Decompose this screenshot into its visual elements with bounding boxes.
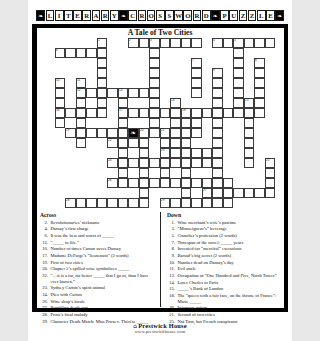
grid-cell[interactable]: 2 — [128, 38, 139, 48]
grid-gap — [202, 128, 213, 138]
grid-cell[interactable]: 9 — [212, 68, 223, 78]
grid-gap — [181, 68, 192, 78]
header-tile-letter: E — [73, 10, 82, 21]
grid-cell[interactable]: 12 — [76, 88, 87, 98]
grid-cell[interactable] — [86, 198, 97, 208]
grid-gap — [233, 178, 244, 188]
grid-gap — [181, 48, 192, 58]
grid-cell[interactable] — [128, 138, 139, 148]
grid-cell[interactable] — [244, 38, 255, 48]
grid-gap — [55, 198, 66, 208]
grid-cell[interactable]: 16 — [55, 108, 66, 118]
grid-gap — [233, 128, 244, 138]
grid-cell[interactable] — [97, 108, 108, 118]
grid-cell[interactable]: 21 — [160, 128, 171, 138]
grid-cell[interactable] — [149, 158, 160, 168]
grid-cell[interactable] — [170, 198, 181, 208]
grid-cell[interactable] — [254, 98, 265, 108]
grid-cell[interactable] — [149, 118, 160, 128]
grid-cell[interactable]: 26 — [107, 178, 118, 188]
grid-gap — [107, 48, 118, 58]
grid-cell[interactable] — [76, 48, 87, 58]
grid-cell[interactable] — [149, 128, 160, 138]
grid-gap — [223, 98, 234, 108]
clue-item: 4.Darnay’s first charge — [40, 226, 156, 232]
grid-cell[interactable] — [191, 68, 202, 78]
grid-gap — [97, 138, 108, 148]
grid-gap — [265, 148, 276, 158]
grid-cell[interactable] — [202, 148, 213, 158]
grid-cell[interactable]: 20 — [139, 128, 150, 138]
clue-item: 12.“_____ to life.” — [40, 240, 156, 246]
clue-item: 10.Number dead on Darnay’s day — [167, 260, 278, 266]
grid-cell[interactable] — [118, 198, 129, 208]
grid-gap — [181, 58, 192, 68]
grid-cell[interactable] — [265, 168, 276, 178]
grid-gap — [149, 138, 160, 148]
grid-cell[interactable] — [181, 188, 192, 198]
grid-gap — [118, 58, 129, 68]
grid-cell[interactable] — [97, 58, 108, 68]
clue-number: 21. — [167, 312, 175, 318]
clue-number: 11. — [167, 266, 175, 272]
grid-cell[interactable] — [202, 158, 213, 168]
grid-cell[interactable] — [76, 98, 87, 108]
grid-cell[interactable] — [97, 198, 108, 208]
grid-cell[interactable]: 7 — [191, 58, 202, 68]
grid-cell[interactable] — [55, 88, 66, 98]
grid-gap — [55, 58, 66, 68]
grid-cell[interactable]: 23 — [160, 148, 171, 158]
grid-gap — [107, 108, 118, 118]
grid-cell[interactable] — [233, 98, 244, 108]
grid-cell[interactable] — [254, 108, 265, 118]
grid-cell[interactable] — [212, 158, 223, 168]
grid-cell[interactable] — [191, 178, 202, 188]
grid-gap — [265, 108, 276, 118]
grid-gap — [65, 138, 76, 148]
grid-gap — [107, 58, 118, 68]
grid-cell[interactable] — [181, 178, 192, 188]
grid-cell[interactable] — [212, 88, 223, 98]
grid-cell[interactable] — [86, 128, 97, 138]
grid-cell[interactable] — [149, 58, 160, 68]
grid-cell[interactable] — [170, 158, 181, 168]
clue-number: 12. — [40, 240, 48, 246]
grid-gap — [223, 118, 234, 128]
grid-gap — [191, 138, 202, 148]
grid-cell[interactable] — [212, 148, 223, 158]
header-tile-letter: R — [82, 10, 91, 21]
clue-number: 13. — [167, 273, 175, 279]
fleuron-icon: ❧ — [275, 10, 284, 21]
grid-cell[interactable] — [76, 138, 87, 148]
grid-gap — [76, 38, 87, 48]
grid-cell[interactable] — [139, 198, 150, 208]
grid-cell[interactable] — [107, 128, 118, 138]
grid-cell[interactable] — [97, 48, 108, 58]
grid-cell[interactable] — [191, 128, 202, 138]
puzzle-page: ❧LITERARY❧CROSSWORD❧PUZZLE❧ A Tale of Tw… — [28, 0, 292, 341]
grid-gap — [149, 198, 160, 208]
clue-item: 19.First of two cities — [40, 260, 156, 266]
grid-cell[interactable] — [86, 108, 97, 118]
grid-cell[interactable] — [76, 128, 87, 138]
grid-cell[interactable] — [254, 68, 265, 78]
grid-gap — [223, 48, 234, 58]
grid-cell[interactable]: 28 — [65, 198, 76, 208]
grid-cell[interactable] — [170, 178, 181, 188]
grid-cell[interactable]: 25 — [265, 158, 276, 168]
grid-gap — [44, 78, 55, 88]
grid-gap — [223, 148, 234, 158]
grid-cell[interactable] — [128, 158, 139, 168]
grid-gap — [202, 88, 213, 98]
publisher-footer: ⌂Prestwick House www.prestwickhouse.com — [28, 322, 292, 334]
grid-cell[interactable] — [149, 88, 160, 98]
grid-cell[interactable] — [202, 108, 213, 118]
clue-number: 7. — [167, 240, 175, 246]
grid-cell[interactable] — [212, 78, 223, 88]
grid-cell[interactable] — [191, 198, 202, 208]
grid-cell[interactable] — [212, 188, 223, 198]
grid-cell[interactable] — [181, 38, 192, 48]
grid-gap — [65, 38, 76, 48]
grid-gap — [149, 188, 160, 198]
grid-cell[interactable] — [97, 98, 108, 108]
grid-gap — [191, 48, 202, 58]
grid-cell[interactable] — [181, 138, 192, 148]
grid-gap — [181, 78, 192, 88]
grid-gap — [170, 168, 181, 178]
grid-cell[interactable] — [244, 158, 255, 168]
grid-cell[interactable] — [149, 98, 160, 108]
grid-cell[interactable] — [244, 128, 255, 138]
grid-gap — [202, 98, 213, 108]
grid-cell[interactable] — [139, 178, 150, 188]
grid-cell[interactable] — [139, 158, 150, 168]
grid-cell[interactable] — [97, 78, 108, 88]
grid-cell[interactable] — [149, 48, 160, 58]
grid-gap — [170, 48, 181, 58]
grid-cell[interactable]: 18 — [181, 108, 192, 118]
grid-cell[interactable] — [254, 38, 265, 48]
across-header: Across — [40, 212, 156, 218]
grid-gap — [107, 188, 118, 198]
grid-cell[interactable] — [244, 108, 255, 118]
grid-cell[interactable] — [76, 108, 87, 118]
clue-item: 9.Barsad’s big secret (2 words) — [167, 253, 278, 259]
grid-gap — [97, 148, 108, 158]
clue-number: 24. — [40, 292, 48, 298]
grid-gap — [233, 148, 244, 158]
clue-text: “…it is a far, far better _____ that I g… — [50, 273, 156, 284]
grid-cell[interactable] — [118, 138, 129, 148]
grid-cell[interactable] — [128, 198, 139, 208]
header-tile-letter: I — [55, 10, 64, 21]
grid-cell[interactable]: 29 — [160, 198, 171, 208]
grid-cell[interactable]: 24 — [107, 158, 118, 168]
grid-cell[interactable] — [149, 108, 160, 118]
grid-cell[interactable] — [212, 98, 223, 108]
grid-gap — [107, 68, 118, 78]
grid-cell[interactable] — [181, 128, 192, 138]
grid-gap — [254, 48, 265, 58]
header-tile-letter: O — [183, 10, 192, 21]
grid-cell[interactable] — [139, 138, 150, 148]
grid-cell[interactable] — [233, 78, 244, 88]
grid-cell[interactable] — [244, 138, 255, 148]
grid-cell[interactable] — [76, 118, 87, 128]
grid-cell[interactable] — [233, 108, 244, 118]
grid-gap — [265, 88, 276, 98]
grid-cell[interactable] — [118, 168, 129, 178]
grid-cell[interactable] — [170, 38, 181, 48]
grid-gap — [170, 78, 181, 88]
grid-cell[interactable] — [97, 128, 108, 138]
grid-cell[interactable]: 3 — [149, 38, 160, 48]
grid-gap — [97, 158, 108, 168]
grid-cell[interactable]: 19 — [65, 128, 76, 138]
grid-cell[interactable]: 17 — [118, 108, 129, 118]
grid-cell[interactable] — [65, 108, 76, 118]
clue-item: 26.Wine shop’s locale — [40, 299, 156, 305]
grid-gap — [265, 198, 276, 208]
clue-number: 16. — [40, 246, 48, 252]
grid-gap — [44, 128, 55, 138]
grid-cell[interactable] — [212, 128, 223, 138]
grid-cell[interactable] — [254, 188, 265, 198]
grid-cell[interactable]: 15 — [244, 98, 255, 108]
grid-cell[interactable] — [191, 148, 202, 158]
grid-gap — [233, 138, 244, 148]
grid-cell[interactable] — [139, 88, 150, 98]
grid-cell[interactable] — [212, 138, 223, 148]
grid-gap — [233, 118, 244, 128]
grid-cell[interactable] — [118, 118, 129, 128]
grid-gap — [223, 158, 234, 168]
grid-cell[interactable] — [233, 88, 244, 98]
grid-gap — [160, 98, 171, 108]
clue-item: 6.It was the best and worst of _____ — [40, 233, 156, 239]
header-tile-letter: C — [128, 10, 137, 21]
grid-cell[interactable] — [128, 108, 139, 118]
grid-cell[interactable] — [212, 108, 223, 118]
grid-cell[interactable] — [170, 108, 181, 118]
grid-gap — [107, 38, 118, 48]
grid-cell[interactable] — [265, 188, 276, 198]
grid-gap — [223, 88, 234, 98]
grid-cell[interactable] — [233, 48, 244, 58]
grid-cell[interactable] — [107, 198, 118, 208]
grid-cell[interactable] — [254, 78, 265, 88]
grid-cell[interactable]: 4 — [212, 38, 223, 48]
grid-cell[interactable] — [97, 88, 108, 98]
grid-gap — [160, 48, 171, 58]
grid-cell[interactable] — [181, 148, 192, 158]
grid-cell[interactable] — [118, 158, 129, 168]
grid-cell[interactable] — [170, 138, 181, 148]
down-header: Down — [167, 212, 278, 218]
grid-cell[interactable] — [107, 88, 118, 98]
grid-gap — [265, 118, 276, 128]
grid-cell[interactable] — [118, 98, 129, 108]
grid-cell[interactable] — [191, 108, 202, 118]
grid-cell[interactable] — [149, 78, 160, 88]
grid-cell[interactable] — [160, 108, 171, 118]
grid-gap — [202, 138, 213, 148]
grid-cell[interactable]: 10 — [55, 78, 66, 88]
grid-gap — [233, 168, 244, 178]
grid-cell[interactable] — [191, 158, 202, 168]
grid-gap — [244, 88, 255, 98]
clue-item: 20.Infamous prison — [167, 305, 278, 311]
grid-cell[interactable] — [191, 78, 202, 88]
grid-cell[interactable] — [223, 178, 234, 188]
clue-text: Number dead on Darnay’s day — [177, 260, 278, 266]
grid-cell[interactable] — [223, 108, 234, 118]
grid-cell[interactable] — [191, 118, 202, 128]
grid-gap — [65, 188, 76, 198]
grid-gap — [139, 98, 150, 108]
grid-cell[interactable] — [202, 198, 213, 208]
grid-cell[interactable] — [223, 188, 234, 198]
grid-cell[interactable]: 13 — [118, 88, 129, 98]
grid-cell[interactable] — [191, 38, 202, 48]
grid-gap — [86, 148, 97, 158]
grid-cell[interactable]: 8 — [254, 58, 265, 68]
grid-cell[interactable] — [265, 38, 276, 48]
grid-cell[interactable]: 14 — [170, 98, 181, 108]
grid-cell[interactable] — [76, 198, 87, 208]
grid-cell[interactable] — [139, 188, 150, 198]
grid-cell[interactable] — [128, 178, 139, 188]
grid-cell[interactable] — [118, 178, 129, 188]
grid-gap — [76, 168, 87, 178]
grid-cell[interactable] — [128, 88, 139, 98]
clue-number: 27. — [40, 305, 48, 311]
grid-cell[interactable] — [181, 158, 192, 168]
grid-cell[interactable] — [223, 38, 234, 48]
grid-cell[interactable] — [139, 168, 150, 178]
grid-gap — [118, 78, 129, 88]
grid-gap — [139, 78, 150, 88]
grid-cell[interactable] — [55, 98, 66, 108]
grid-cell[interactable] — [170, 118, 181, 128]
grid-cell[interactable] — [212, 198, 223, 208]
clue-number: 23. — [40, 285, 48, 291]
clue-number: 9. — [167, 253, 175, 259]
grid-cell[interactable] — [139, 108, 150, 118]
clue-item: 5.Cruncher’s profession (2 words) — [167, 233, 278, 239]
grid-cell[interactable]: 27 — [202, 188, 213, 198]
grid-cell[interactable] — [170, 128, 181, 138]
grid-cell[interactable] — [191, 88, 202, 98]
grid-cell[interactable] — [212, 168, 223, 178]
grid-gap — [128, 58, 139, 68]
right-frame-bar — [284, 24, 289, 312]
grid-gap — [244, 78, 255, 88]
header-tile-letter: Z — [239, 10, 248, 21]
clue-text: Number of times Carton saves Darnay — [50, 246, 156, 252]
grid-cell[interactable] — [181, 118, 192, 128]
clue-number: 6. — [40, 233, 48, 239]
grid-cell[interactable] — [244, 148, 255, 158]
grid-cell[interactable] — [233, 58, 244, 68]
grid-gap — [170, 58, 181, 68]
grid-gap — [223, 58, 234, 68]
grid-cell[interactable] — [149, 178, 160, 188]
grid-cell[interactable] — [265, 178, 276, 188]
grid-cell[interactable] — [139, 38, 150, 48]
grid-cell[interactable] — [160, 138, 171, 148]
grid-gap — [265, 98, 276, 108]
grid-cell[interactable] — [202, 178, 213, 188]
grid-cell[interactable] — [244, 118, 255, 128]
grid-cell[interactable] — [181, 168, 192, 178]
grid-cell[interactable] — [160, 168, 171, 178]
grid-cell[interactable] — [65, 48, 76, 58]
grid-cell[interactable] — [160, 178, 171, 188]
grid-gap — [55, 128, 66, 138]
header-tile-letter: L — [257, 10, 266, 21]
grid-gap — [160, 78, 171, 88]
clue-number: 28. — [40, 312, 48, 318]
grid-gap — [128, 68, 139, 78]
grid-gap — [128, 48, 139, 58]
grid-cell[interactable] — [160, 38, 171, 48]
grid-cell[interactable] — [149, 68, 160, 78]
grid-cell[interactable]: 1 — [97, 38, 108, 48]
grid-cell[interactable] — [254, 88, 265, 98]
grid-cell[interactable] — [118, 128, 129, 138]
grid-cell[interactable] — [118, 148, 129, 158]
clue-text: Wine merchant’s wife’s pastime — [177, 220, 278, 226]
grid-cell[interactable]: 22 — [107, 138, 118, 148]
header-tile-letter: T — [64, 10, 73, 21]
grid-gap — [244, 68, 255, 78]
clue-number: 10. — [167, 260, 175, 266]
grid-gap — [97, 188, 108, 198]
grid-cell[interactable] — [233, 188, 244, 198]
grid-cell[interactable] — [86, 48, 97, 58]
grid-cell[interactable] — [223, 198, 234, 208]
grid-cell[interactable] — [160, 158, 171, 168]
grid-cell[interactable] — [181, 198, 192, 208]
grid-gap — [65, 78, 76, 88]
grid-cell[interactable] — [212, 118, 223, 128]
grid-cell[interactable] — [97, 68, 108, 78]
grid-gap — [65, 178, 76, 188]
grid-cell[interactable]: 5 — [233, 38, 244, 48]
grid-gap — [160, 88, 171, 98]
clue-item: 27.Rumbling death cart — [40, 305, 156, 311]
header-tile-letter: O — [147, 10, 156, 21]
fleuron-icon: ❧ — [211, 10, 220, 21]
grid-cell[interactable] — [55, 118, 66, 128]
publisher-url: www.prestwickhouse.com — [28, 329, 292, 334]
grid-cell[interactable] — [86, 88, 97, 98]
grid-gap — [202, 68, 213, 78]
grid-cell[interactable]: 6 — [55, 48, 66, 58]
grid-cell[interactable] — [233, 68, 244, 78]
grid-cell[interactable] — [244, 188, 255, 198]
grid-cell[interactable] — [139, 148, 150, 158]
clue-section: Across 2.Revolutionaries’ nickname4.Darn… — [38, 212, 282, 307]
grid-cell[interactable] — [170, 148, 181, 158]
grid-cell[interactable]: 11 — [76, 78, 87, 88]
grid-cell[interactable] — [212, 178, 223, 188]
